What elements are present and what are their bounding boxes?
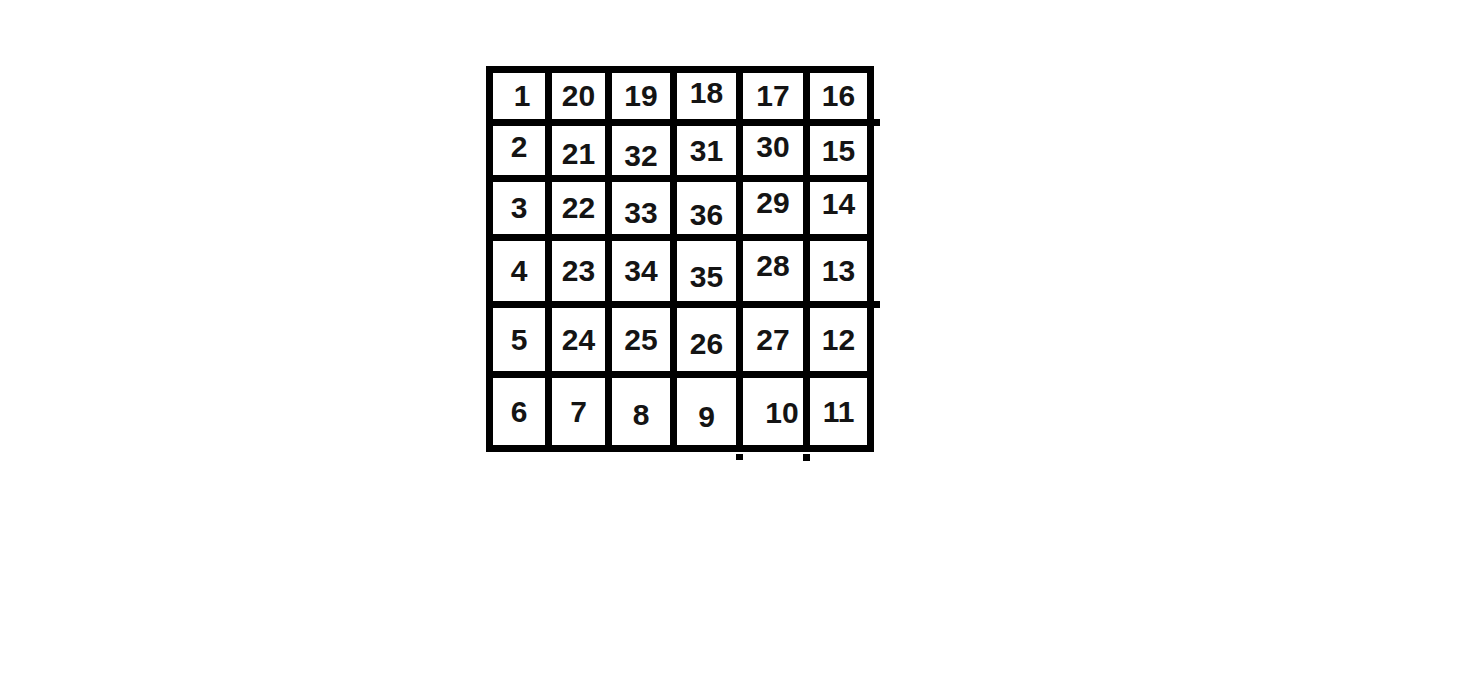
grid-cell-r6c4: 9 [677,378,736,445]
grid-cell-r6c3: 8 [612,378,670,445]
cell-number: 13 [822,256,855,286]
grid-cell-r1c5: 17 [743,73,803,119]
cell-number: 2 [511,132,528,162]
stray-mark-right-top [874,119,880,126]
cell-number: 7 [570,397,587,427]
grid-cell-r4c6: 13 [810,241,867,301]
cell-number: 6 [511,397,528,427]
cell-number: 26 [690,329,723,359]
cell-number: 10 [765,398,798,428]
cell-number: 17 [756,81,789,111]
cell-number: 18 [690,78,723,108]
cell-number: 3 [511,193,528,223]
grid-cell-r1c2: 20 [552,73,605,119]
cell-number: 4 [511,256,528,286]
stray-mark-right-middle [874,301,880,308]
grid-cell-r6c5: 10 [743,378,803,445]
cell-number: 33 [624,198,657,228]
cell-number: 16 [822,81,855,111]
grid-cell-r2c1: 2 [493,126,545,175]
cell-number: 36 [690,200,723,230]
cell-number: 9 [698,402,715,432]
stray-mark-bottom-left [736,454,743,460]
cell-number: 27 [756,325,789,355]
grid-cell-r4c1: 4 [493,241,545,301]
spiral-grid: 1201918171622132313015322333629144233435… [486,66,874,452]
grid-cell-r5c1: 5 [493,308,545,371]
grid-cell-r5c4: 26 [677,308,736,371]
grid-cell-r6c6: 11 [810,378,867,445]
cell-number: 20 [562,81,595,111]
cell-number: 22 [562,193,595,223]
cell-number: 32 [624,141,657,171]
cell-number: 34 [624,256,657,286]
grid-cell-r2c5: 30 [743,126,803,175]
grid-cell-r3c3: 33 [612,182,670,234]
cell-number: 11 [823,397,855,427]
cell-number: 24 [562,325,595,355]
cell-number: 21 [562,139,595,169]
grid-cell-r1c4: 18 [677,73,736,119]
grid-cell-r1c1: 1 [493,73,545,119]
grid-cell-r2c6: 15 [810,126,867,175]
grid-cell-r3c4: 36 [677,182,736,234]
cell-number: 35 [690,262,723,292]
grid-cell-r3c1: 3 [493,182,545,234]
grid-cell-r4c4: 35 [677,241,736,301]
cell-number: 14 [822,189,855,219]
grid-cell-r2c2: 21 [552,126,605,175]
grid-cell-r4c3: 34 [612,241,670,301]
cell-number: 15 [822,136,855,166]
cell-number: 31 [690,136,723,166]
cell-number: 8 [633,400,650,430]
grid-cell-r5c3: 25 [612,308,670,371]
grid-cell-r6c1: 6 [493,378,545,445]
cell-number: 12 [822,325,855,355]
cell-number: 29 [756,188,789,218]
cell-number: 1 [514,81,531,111]
grid-cell-r1c3: 19 [612,73,670,119]
grid-cell-r5c2: 24 [552,308,605,371]
grid-cell-r3c2: 22 [552,182,605,234]
cell-number: 30 [756,132,789,162]
grid-cell-r1c6: 16 [810,73,867,119]
grid-cell-r5c5: 27 [743,308,803,371]
cell-number: 28 [756,251,789,281]
stray-mark-bottom-right [803,454,810,461]
grid-cell-r4c2: 23 [552,241,605,301]
cell-number: 19 [624,81,657,111]
grid-cell-r3c5: 29 [743,182,803,234]
grid-cell-r2c4: 31 [677,126,736,175]
cell-number: 25 [624,325,657,355]
grid-cell-r3c6: 14 [810,182,867,234]
grid-cell-r5c6: 12 [810,308,867,371]
grid-cell-r4c5: 28 [743,241,803,301]
grid-cell-r2c3: 32 [612,126,670,175]
cell-number: 5 [511,325,528,355]
grid-cell-r6c2: 7 [552,378,605,445]
cell-number: 23 [562,256,595,286]
